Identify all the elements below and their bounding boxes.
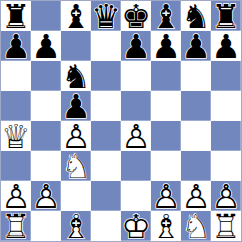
square-h1[interactable]: ♜♖ — [211, 211, 241, 241]
square-g4[interactable] — [181, 121, 211, 151]
black-pawn-piece[interactable]: ♟♟ — [211, 31, 241, 61]
square-d6[interactable] — [91, 61, 121, 91]
white-rook-piece[interactable]: ♜♖ — [211, 211, 241, 241]
square-e3[interactable] — [121, 151, 151, 181]
square-h6[interactable] — [211, 61, 241, 91]
square-d2[interactable] — [91, 181, 121, 211]
white-king-piece[interactable]: ♚♔ — [121, 211, 151, 241]
piece-outline-layer: ♟ — [121, 31, 151, 61]
white-knight-piece[interactable]: ♞♘ — [181, 211, 211, 241]
piece-outline-layer: ♝ — [61, 1, 91, 31]
piece-outline-layer: ♗ — [61, 211, 91, 241]
piece-outline-layer: ♕ — [1, 121, 31, 151]
square-c8[interactable]: ♝♝ — [61, 1, 91, 31]
square-b1[interactable] — [31, 211, 61, 241]
piece-outline-layer: ♟ — [181, 31, 211, 61]
square-h4[interactable] — [211, 121, 241, 151]
square-d1[interactable] — [91, 211, 121, 241]
piece-outline-layer: ♙ — [31, 181, 61, 211]
piece-outline-layer: ♟ — [31, 31, 61, 61]
black-bishop-piece[interactable]: ♝♝ — [61, 1, 91, 31]
white-pawn-piece[interactable]: ♟♙ — [31, 181, 61, 211]
square-g5[interactable] — [181, 91, 211, 121]
piece-outline-layer: ♔ — [121, 211, 151, 241]
square-f7[interactable]: ♟♟ — [151, 31, 181, 61]
piece-outline-layer: ♗ — [151, 211, 181, 241]
square-d7[interactable] — [91, 31, 121, 61]
square-a6[interactable] — [1, 61, 31, 91]
square-a1[interactable]: ♜♖ — [1, 211, 31, 241]
piece-outline-layer: ♙ — [121, 121, 151, 151]
square-h7[interactable]: ♟♟ — [211, 31, 241, 61]
square-b4[interactable] — [31, 121, 61, 151]
square-b2[interactable]: ♟♙ — [31, 181, 61, 211]
square-h5[interactable] — [211, 91, 241, 121]
square-a4[interactable]: ♛♕ — [1, 121, 31, 151]
black-pawn-piece[interactable]: ♟♟ — [31, 31, 61, 61]
square-b6[interactable] — [31, 61, 61, 91]
white-rook-piece[interactable]: ♜♖ — [1, 211, 31, 241]
piece-outline-layer: ♖ — [211, 211, 241, 241]
square-c1[interactable]: ♝♗ — [61, 211, 91, 241]
piece-outline-layer: ♛ — [91, 1, 121, 31]
white-bishop-piece[interactable]: ♝♗ — [61, 211, 91, 241]
square-f4[interactable] — [151, 121, 181, 151]
square-d5[interactable] — [91, 91, 121, 121]
chess-board: ♜♜♝♝♛♛♚♚♝♝♞♞♜♜♟♟♟♟♟♟♟♟♟♟♟♟♞♞♟♟♛♕♟♙♟♙♞♘♟♙… — [0, 0, 242, 242]
square-g7[interactable]: ♟♟ — [181, 31, 211, 61]
piece-outline-layer: ♘ — [61, 151, 91, 181]
square-g1[interactable]: ♞♘ — [181, 211, 211, 241]
square-g6[interactable] — [181, 61, 211, 91]
piece-outline-layer: ♟ — [211, 31, 241, 61]
square-f5[interactable] — [151, 91, 181, 121]
square-d8[interactable]: ♛♛ — [91, 1, 121, 31]
white-bishop-piece[interactable]: ♝♗ — [151, 211, 181, 241]
white-knight-piece[interactable]: ♞♘ — [61, 151, 91, 181]
square-f1[interactable]: ♝♗ — [151, 211, 181, 241]
square-e1[interactable]: ♚♔ — [121, 211, 151, 241]
square-c3[interactable]: ♞♘ — [61, 151, 91, 181]
piece-outline-layer: ♘ — [181, 211, 211, 241]
piece-outline-layer: ♟ — [151, 31, 181, 61]
white-queen-piece[interactable]: ♛♕ — [1, 121, 31, 151]
square-b7[interactable]: ♟♟ — [31, 31, 61, 61]
square-e6[interactable] — [121, 61, 151, 91]
square-e7[interactable]: ♟♟ — [121, 31, 151, 61]
black-pawn-piece[interactable]: ♟♟ — [151, 31, 181, 61]
square-a7[interactable]: ♟♟ — [1, 31, 31, 61]
square-d4[interactable] — [91, 121, 121, 151]
square-e4[interactable]: ♟♙ — [121, 121, 151, 151]
square-f6[interactable] — [151, 61, 181, 91]
black-pawn-piece[interactable]: ♟♟ — [121, 31, 151, 61]
piece-outline-layer: ♖ — [1, 211, 31, 241]
square-d3[interactable] — [91, 151, 121, 181]
black-queen-piece[interactable]: ♛♛ — [91, 1, 121, 31]
white-pawn-piece[interactable]: ♟♙ — [121, 121, 151, 151]
black-pawn-piece[interactable]: ♟♟ — [1, 31, 31, 61]
square-b5[interactable] — [31, 91, 61, 121]
piece-outline-layer: ♟ — [1, 31, 31, 61]
black-pawn-piece[interactable]: ♟♟ — [181, 31, 211, 61]
